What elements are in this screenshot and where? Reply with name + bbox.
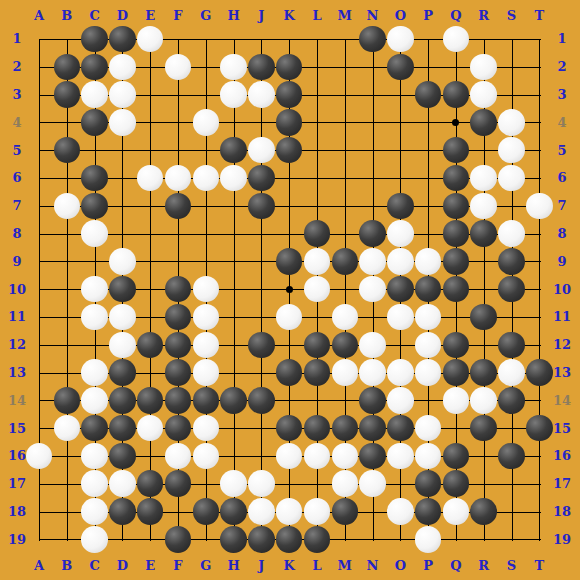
empty-intersection-A18[interactable]	[25, 498, 53, 526]
empty-intersection-M1[interactable]	[331, 25, 359, 53]
intersection-O8[interactable]	[386, 220, 414, 248]
empty-intersection-A6[interactable]	[25, 164, 53, 192]
empty-intersection-K14[interactable]	[275, 386, 303, 414]
empty-intersection-A19[interactable]	[25, 525, 53, 553]
intersection-L8[interactable]	[303, 220, 331, 248]
empty-intersection-O6[interactable]	[386, 164, 414, 192]
intersection-K15[interactable]	[275, 414, 303, 442]
intersection-D16[interactable]	[108, 442, 136, 470]
empty-intersection-E13[interactable]	[136, 359, 164, 387]
intersection-D2[interactable]	[108, 53, 136, 81]
empty-intersection-J10[interactable]	[247, 275, 275, 303]
intersection-O16[interactable]	[386, 442, 414, 470]
empty-intersection-E10[interactable]	[136, 275, 164, 303]
intersection-B14[interactable]	[53, 386, 81, 414]
empty-intersection-D5[interactable]	[108, 136, 136, 164]
empty-intersection-G8[interactable]	[192, 220, 220, 248]
empty-intersection-E8[interactable]	[136, 220, 164, 248]
empty-intersection-A14[interactable]	[25, 386, 53, 414]
empty-intersection-L17[interactable]	[303, 470, 331, 498]
intersection-S13[interactable]	[498, 359, 526, 387]
intersection-G12[interactable]	[192, 331, 220, 359]
empty-intersection-N2[interactable]	[359, 53, 387, 81]
empty-intersection-L4[interactable]	[303, 108, 331, 136]
empty-intersection-H7[interactable]	[220, 192, 248, 220]
intersection-B3[interactable]	[53, 81, 81, 109]
empty-intersection-E4[interactable]	[136, 108, 164, 136]
intersection-R15[interactable]	[470, 414, 498, 442]
intersection-D1[interactable]	[108, 25, 136, 53]
intersection-K13[interactable]	[275, 359, 303, 387]
empty-intersection-L3[interactable]	[303, 81, 331, 109]
empty-intersection-H1[interactable]	[220, 25, 248, 53]
intersection-D3[interactable]	[108, 81, 136, 109]
empty-intersection-B13[interactable]	[53, 359, 81, 387]
intersection-D13[interactable]	[108, 359, 136, 387]
empty-intersection-F9[interactable]	[164, 247, 192, 275]
empty-intersection-O19[interactable]	[386, 525, 414, 553]
intersection-G16[interactable]	[192, 442, 220, 470]
intersection-J14[interactable]	[247, 386, 275, 414]
empty-intersection-H4[interactable]	[220, 108, 248, 136]
empty-intersection-L7[interactable]	[303, 192, 331, 220]
empty-intersection-K12[interactable]	[275, 331, 303, 359]
intersection-C18[interactable]	[81, 498, 109, 526]
intersection-G11[interactable]	[192, 303, 220, 331]
intersection-S5[interactable]	[498, 136, 526, 164]
empty-intersection-Q2[interactable]	[442, 53, 470, 81]
intersection-N17[interactable]	[359, 470, 387, 498]
empty-intersection-S19[interactable]	[498, 525, 526, 553]
intersection-N8[interactable]	[359, 220, 387, 248]
empty-intersection-P1[interactable]	[414, 25, 442, 53]
intersection-E17[interactable]	[136, 470, 164, 498]
empty-intersection-T9[interactable]	[525, 247, 553, 275]
intersection-C13[interactable]	[81, 359, 109, 387]
intersection-R11[interactable]	[470, 303, 498, 331]
empty-intersection-C9[interactable]	[81, 247, 109, 275]
empty-intersection-B10[interactable]	[53, 275, 81, 303]
intersection-S10[interactable]	[498, 275, 526, 303]
intersection-R2[interactable]	[470, 53, 498, 81]
intersection-L13[interactable]	[303, 359, 331, 387]
intersection-Q16[interactable]	[442, 442, 470, 470]
empty-intersection-H13[interactable]	[220, 359, 248, 387]
empty-intersection-E16[interactable]	[136, 442, 164, 470]
empty-intersection-H16[interactable]	[220, 442, 248, 470]
empty-intersection-E9[interactable]	[136, 247, 164, 275]
empty-intersection-A4[interactable]	[25, 108, 53, 136]
intersection-T13[interactable]	[525, 359, 553, 387]
intersection-F15[interactable]	[164, 414, 192, 442]
intersection-D17[interactable]	[108, 470, 136, 498]
intersection-H19[interactable]	[220, 525, 248, 553]
intersection-Q18[interactable]	[442, 498, 470, 526]
intersection-B2[interactable]	[53, 53, 81, 81]
empty-intersection-L2[interactable]	[303, 53, 331, 81]
empty-intersection-N5[interactable]	[359, 136, 387, 164]
intersection-Q5[interactable]	[442, 136, 470, 164]
intersection-J2[interactable]	[247, 53, 275, 81]
empty-intersection-T18[interactable]	[525, 498, 553, 526]
empty-intersection-M2[interactable]	[331, 53, 359, 81]
intersection-C17[interactable]	[81, 470, 109, 498]
empty-intersection-K10[interactable]	[275, 275, 303, 303]
intersection-F7[interactable]	[164, 192, 192, 220]
intersection-K4[interactable]	[275, 108, 303, 136]
empty-intersection-T19[interactable]	[525, 525, 553, 553]
intersection-F2[interactable]	[164, 53, 192, 81]
empty-intersection-R16[interactable]	[470, 442, 498, 470]
empty-intersection-T14[interactable]	[525, 386, 553, 414]
empty-intersection-R9[interactable]	[470, 247, 498, 275]
intersection-Q14[interactable]	[442, 386, 470, 414]
intersection-J19[interactable]	[247, 525, 275, 553]
intersection-Q6[interactable]	[442, 164, 470, 192]
intersection-M11[interactable]	[331, 303, 359, 331]
intersection-Q10[interactable]	[442, 275, 470, 303]
intersection-Q3[interactable]	[442, 81, 470, 109]
empty-intersection-T10[interactable]	[525, 275, 553, 303]
intersection-S8[interactable]	[498, 220, 526, 248]
empty-intersection-A10[interactable]	[25, 275, 53, 303]
intersection-J18[interactable]	[247, 498, 275, 526]
intersection-L9[interactable]	[303, 247, 331, 275]
intersection-L12[interactable]	[303, 331, 331, 359]
intersection-Q1[interactable]	[442, 25, 470, 53]
empty-intersection-E11[interactable]	[136, 303, 164, 331]
empty-intersection-F18[interactable]	[164, 498, 192, 526]
intersection-H14[interactable]	[220, 386, 248, 414]
empty-intersection-B1[interactable]	[53, 25, 81, 53]
empty-intersection-A2[interactable]	[25, 53, 53, 81]
intersection-D9[interactable]	[108, 247, 136, 275]
empty-intersection-S11[interactable]	[498, 303, 526, 331]
intersection-R18[interactable]	[470, 498, 498, 526]
empty-intersection-K17[interactable]	[275, 470, 303, 498]
empty-intersection-B19[interactable]	[53, 525, 81, 553]
intersection-O11[interactable]	[386, 303, 414, 331]
intersection-G10[interactable]	[192, 275, 220, 303]
empty-intersection-K7[interactable]	[275, 192, 303, 220]
intersection-K16[interactable]	[275, 442, 303, 470]
empty-intersection-T16[interactable]	[525, 442, 553, 470]
intersection-R3[interactable]	[470, 81, 498, 109]
intersection-J17[interactable]	[247, 470, 275, 498]
empty-intersection-S2[interactable]	[498, 53, 526, 81]
empty-intersection-J1[interactable]	[247, 25, 275, 53]
empty-intersection-O5[interactable]	[386, 136, 414, 164]
empty-intersection-R1[interactable]	[470, 25, 498, 53]
intersection-R6[interactable]	[470, 164, 498, 192]
intersection-P9[interactable]	[414, 247, 442, 275]
empty-intersection-K8[interactable]	[275, 220, 303, 248]
intersection-R4[interactable]	[470, 108, 498, 136]
intersection-R8[interactable]	[470, 220, 498, 248]
empty-intersection-J11[interactable]	[247, 303, 275, 331]
intersection-S4[interactable]	[498, 108, 526, 136]
empty-intersection-S18[interactable]	[498, 498, 526, 526]
empty-intersection-M10[interactable]	[331, 275, 359, 303]
intersection-F11[interactable]	[164, 303, 192, 331]
empty-intersection-T4[interactable]	[525, 108, 553, 136]
intersection-H3[interactable]	[220, 81, 248, 109]
empty-intersection-H9[interactable]	[220, 247, 248, 275]
empty-intersection-K1[interactable]	[275, 25, 303, 53]
intersection-D11[interactable]	[108, 303, 136, 331]
empty-intersection-H10[interactable]	[220, 275, 248, 303]
empty-intersection-Q4[interactable]	[442, 108, 470, 136]
empty-intersection-G3[interactable]	[192, 81, 220, 109]
empty-intersection-B17[interactable]	[53, 470, 81, 498]
empty-intersection-C12[interactable]	[81, 331, 109, 359]
intersection-S14[interactable]	[498, 386, 526, 414]
intersection-D10[interactable]	[108, 275, 136, 303]
intersection-Q8[interactable]	[442, 220, 470, 248]
empty-intersection-Q15[interactable]	[442, 414, 470, 442]
empty-intersection-T11[interactable]	[525, 303, 553, 331]
intersection-H2[interactable]	[220, 53, 248, 81]
intersection-S16[interactable]	[498, 442, 526, 470]
intersection-M9[interactable]	[331, 247, 359, 275]
intersection-F6[interactable]	[164, 164, 192, 192]
intersection-K3[interactable]	[275, 81, 303, 109]
empty-intersection-K6[interactable]	[275, 164, 303, 192]
intersection-P3[interactable]	[414, 81, 442, 109]
empty-intersection-J9[interactable]	[247, 247, 275, 275]
empty-intersection-A15[interactable]	[25, 414, 53, 442]
empty-intersection-G7[interactable]	[192, 192, 220, 220]
intersection-F14[interactable]	[164, 386, 192, 414]
empty-intersection-F1[interactable]	[164, 25, 192, 53]
empty-intersection-R17[interactable]	[470, 470, 498, 498]
empty-intersection-H11[interactable]	[220, 303, 248, 331]
empty-intersection-G1[interactable]	[192, 25, 220, 53]
empty-intersection-E19[interactable]	[136, 525, 164, 553]
empty-intersection-L11[interactable]	[303, 303, 331, 331]
empty-intersection-B16[interactable]	[53, 442, 81, 470]
empty-intersection-E5[interactable]	[136, 136, 164, 164]
intersection-F19[interactable]	[164, 525, 192, 553]
empty-intersection-P14[interactable]	[414, 386, 442, 414]
empty-intersection-L5[interactable]	[303, 136, 331, 164]
intersection-R14[interactable]	[470, 386, 498, 414]
empty-intersection-T5[interactable]	[525, 136, 553, 164]
intersection-Q9[interactable]	[442, 247, 470, 275]
empty-intersection-T6[interactable]	[525, 164, 553, 192]
empty-intersection-O4[interactable]	[386, 108, 414, 136]
intersection-F13[interactable]	[164, 359, 192, 387]
intersection-O14[interactable]	[386, 386, 414, 414]
empty-intersection-B11[interactable]	[53, 303, 81, 331]
intersection-Q7[interactable]	[442, 192, 470, 220]
intersection-M15[interactable]	[331, 414, 359, 442]
intersection-Q12[interactable]	[442, 331, 470, 359]
empty-intersection-R10[interactable]	[470, 275, 498, 303]
intersection-H5[interactable]	[220, 136, 248, 164]
empty-intersection-M14[interactable]	[331, 386, 359, 414]
intersection-G6[interactable]	[192, 164, 220, 192]
empty-intersection-N19[interactable]	[359, 525, 387, 553]
intersection-L19[interactable]	[303, 525, 331, 553]
empty-intersection-S1[interactable]	[498, 25, 526, 53]
intersection-K9[interactable]	[275, 247, 303, 275]
intersection-L16[interactable]	[303, 442, 331, 470]
intersection-C15[interactable]	[81, 414, 109, 442]
intersection-C3[interactable]	[81, 81, 109, 109]
empty-intersection-B12[interactable]	[53, 331, 81, 359]
intersection-O10[interactable]	[386, 275, 414, 303]
empty-intersection-J15[interactable]	[247, 414, 275, 442]
empty-intersection-M7[interactable]	[331, 192, 359, 220]
intersection-L10[interactable]	[303, 275, 331, 303]
empty-intersection-P2[interactable]	[414, 53, 442, 81]
intersection-D14[interactable]	[108, 386, 136, 414]
empty-intersection-P6[interactable]	[414, 164, 442, 192]
intersection-O15[interactable]	[386, 414, 414, 442]
empty-intersection-N3[interactable]	[359, 81, 387, 109]
intersection-K11[interactable]	[275, 303, 303, 331]
intersection-D15[interactable]	[108, 414, 136, 442]
empty-intersection-T2[interactable]	[525, 53, 553, 81]
empty-intersection-N4[interactable]	[359, 108, 387, 136]
intersection-O2[interactable]	[386, 53, 414, 81]
empty-intersection-T3[interactable]	[525, 81, 553, 109]
intersection-C2[interactable]	[81, 53, 109, 81]
intersection-J6[interactable]	[247, 164, 275, 192]
intersection-K5[interactable]	[275, 136, 303, 164]
intersection-J12[interactable]	[247, 331, 275, 359]
empty-intersection-F8[interactable]	[164, 220, 192, 248]
intersection-F16[interactable]	[164, 442, 192, 470]
intersection-R13[interactable]	[470, 359, 498, 387]
empty-intersection-F3[interactable]	[164, 81, 192, 109]
intersection-H18[interactable]	[220, 498, 248, 526]
empty-intersection-A8[interactable]	[25, 220, 53, 248]
intersection-M17[interactable]	[331, 470, 359, 498]
empty-intersection-P5[interactable]	[414, 136, 442, 164]
empty-intersection-A13[interactable]	[25, 359, 53, 387]
intersection-A16[interactable]	[25, 442, 53, 470]
intersection-C7[interactable]	[81, 192, 109, 220]
intersection-P16[interactable]	[414, 442, 442, 470]
intersection-C19[interactable]	[81, 525, 109, 553]
intersection-C14[interactable]	[81, 386, 109, 414]
empty-intersection-F4[interactable]	[164, 108, 192, 136]
empty-intersection-P7[interactable]	[414, 192, 442, 220]
empty-intersection-L14[interactable]	[303, 386, 331, 414]
empty-intersection-P8[interactable]	[414, 220, 442, 248]
empty-intersection-N6[interactable]	[359, 164, 387, 192]
intersection-C8[interactable]	[81, 220, 109, 248]
intersection-N1[interactable]	[359, 25, 387, 53]
empty-intersection-S17[interactable]	[498, 470, 526, 498]
intersection-E6[interactable]	[136, 164, 164, 192]
empty-intersection-D19[interactable]	[108, 525, 136, 553]
intersection-S12[interactable]	[498, 331, 526, 359]
empty-intersection-R19[interactable]	[470, 525, 498, 553]
intersection-Q13[interactable]	[442, 359, 470, 387]
intersection-G13[interactable]	[192, 359, 220, 387]
intersection-J5[interactable]	[247, 136, 275, 164]
empty-intersection-B6[interactable]	[53, 164, 81, 192]
empty-intersection-F5[interactable]	[164, 136, 192, 164]
intersection-F12[interactable]	[164, 331, 192, 359]
intersection-G4[interactable]	[192, 108, 220, 136]
intersection-C1[interactable]	[81, 25, 109, 53]
empty-intersection-D8[interactable]	[108, 220, 136, 248]
intersection-O9[interactable]	[386, 247, 414, 275]
intersection-H6[interactable]	[220, 164, 248, 192]
empty-intersection-G2[interactable]	[192, 53, 220, 81]
intersection-L15[interactable]	[303, 414, 331, 442]
intersection-C4[interactable]	[81, 108, 109, 136]
empty-intersection-G19[interactable]	[192, 525, 220, 553]
empty-intersection-E3[interactable]	[136, 81, 164, 109]
intersection-C10[interactable]	[81, 275, 109, 303]
empty-intersection-N18[interactable]	[359, 498, 387, 526]
intersection-O18[interactable]	[386, 498, 414, 526]
empty-intersection-G9[interactable]	[192, 247, 220, 275]
intersection-N15[interactable]	[359, 414, 387, 442]
empty-intersection-A1[interactable]	[25, 25, 53, 53]
empty-intersection-J16[interactable]	[247, 442, 275, 470]
empty-intersection-S15[interactable]	[498, 414, 526, 442]
empty-intersection-A17[interactable]	[25, 470, 53, 498]
intersection-E12[interactable]	[136, 331, 164, 359]
intersection-K2[interactable]	[275, 53, 303, 81]
empty-intersection-S3[interactable]	[498, 81, 526, 109]
empty-intersection-O3[interactable]	[386, 81, 414, 109]
empty-intersection-A9[interactable]	[25, 247, 53, 275]
intersection-L18[interactable]	[303, 498, 331, 526]
intersection-T7[interactable]	[525, 192, 553, 220]
empty-intersection-M19[interactable]	[331, 525, 359, 553]
empty-intersection-M4[interactable]	[331, 108, 359, 136]
intersection-S6[interactable]	[498, 164, 526, 192]
intersection-M18[interactable]	[331, 498, 359, 526]
empty-intersection-A12[interactable]	[25, 331, 53, 359]
empty-intersection-A7[interactable]	[25, 192, 53, 220]
intersection-J3[interactable]	[247, 81, 275, 109]
empty-intersection-Q19[interactable]	[442, 525, 470, 553]
intersection-M13[interactable]	[331, 359, 359, 387]
intersection-P18[interactable]	[414, 498, 442, 526]
empty-intersection-M6[interactable]	[331, 164, 359, 192]
empty-intersection-R5[interactable]	[470, 136, 498, 164]
empty-intersection-G17[interactable]	[192, 470, 220, 498]
intersection-G18[interactable]	[192, 498, 220, 526]
intersection-D12[interactable]	[108, 331, 136, 359]
empty-intersection-T1[interactable]	[525, 25, 553, 53]
intersection-E14[interactable]	[136, 386, 164, 414]
intersection-F10[interactable]	[164, 275, 192, 303]
intersection-O1[interactable]	[386, 25, 414, 53]
intersection-E1[interactable]	[136, 25, 164, 53]
intersection-K18[interactable]	[275, 498, 303, 526]
empty-intersection-B18[interactable]	[53, 498, 81, 526]
intersection-H17[interactable]	[220, 470, 248, 498]
empty-intersection-T12[interactable]	[525, 331, 553, 359]
empty-intersection-J13[interactable]	[247, 359, 275, 387]
empty-intersection-O17[interactable]	[386, 470, 414, 498]
intersection-K19[interactable]	[275, 525, 303, 553]
intersection-M16[interactable]	[331, 442, 359, 470]
intersection-E18[interactable]	[136, 498, 164, 526]
intersection-T15[interactable]	[525, 414, 553, 442]
intersection-R7[interactable]	[470, 192, 498, 220]
intersection-N14[interactable]	[359, 386, 387, 414]
